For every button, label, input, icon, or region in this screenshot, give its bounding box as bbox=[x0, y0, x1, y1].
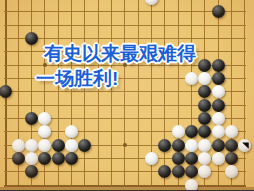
star-point-K4 bbox=[123, 143, 127, 147]
white-stone-Q9 bbox=[198, 72, 211, 85]
white-stone-M15 bbox=[145, 0, 158, 5]
grid-line-vertical bbox=[98, 0, 99, 187]
black-stone-E3 bbox=[52, 152, 65, 165]
black-stone-B3 bbox=[12, 152, 25, 165]
white-stone-F5 bbox=[65, 125, 78, 138]
caption-line-2: 一场胜利! bbox=[36, 66, 118, 92]
white-stone-B4 bbox=[12, 139, 25, 152]
caption-line-1: 有史以来最艰难得 bbox=[44, 41, 196, 67]
board-bottom-edge bbox=[0, 187, 254, 190]
white-stone-D4 bbox=[38, 139, 51, 152]
black-stone-R7 bbox=[212, 99, 225, 112]
white-stone-P9 bbox=[185, 72, 198, 85]
black-stone-C6 bbox=[25, 112, 38, 125]
grid-line-vertical bbox=[138, 0, 139, 187]
last-move-triangle-marker bbox=[240, 141, 249, 150]
black-stone-Q6 bbox=[198, 112, 211, 125]
white-stone-T4 bbox=[238, 139, 251, 152]
grid-line-vertical bbox=[244, 0, 245, 187]
black-stone-F3 bbox=[65, 152, 78, 165]
black-stone-P2 bbox=[185, 165, 198, 178]
black-stone-S3 bbox=[225, 152, 238, 165]
black-stone-C12 bbox=[25, 32, 38, 45]
white-stone-R8 bbox=[212, 85, 225, 98]
white-stone-R3 bbox=[212, 152, 225, 165]
star-point-D10 bbox=[43, 63, 47, 67]
white-stone-D6 bbox=[38, 112, 51, 125]
white-stone-P1 bbox=[185, 179, 198, 191]
black-stone-Q7 bbox=[198, 99, 211, 112]
black-stone-R10 bbox=[212, 59, 225, 72]
black-stone-R14 bbox=[212, 5, 225, 18]
black-stone-N4 bbox=[158, 139, 171, 152]
white-stone-D5 bbox=[38, 125, 51, 138]
white-stone-C3 bbox=[25, 152, 38, 165]
white-stone-P4 bbox=[185, 139, 198, 152]
grid-line-horizontal bbox=[4, 11, 246, 12]
white-stone-S2 bbox=[225, 165, 238, 178]
black-stone-O3 bbox=[172, 152, 185, 165]
black-stone-P5 bbox=[185, 125, 198, 138]
grid-line-horizontal bbox=[4, 25, 246, 26]
black-stone-E4 bbox=[52, 139, 65, 152]
black-stone-P3 bbox=[185, 152, 198, 165]
black-stone-Q10 bbox=[198, 59, 211, 72]
go-app-screenshot: 有史以来最艰难得 一场胜利! bbox=[0, 0, 254, 190]
black-stone-G4 bbox=[78, 139, 91, 152]
star-point-K10 bbox=[123, 63, 127, 67]
black-stone-N2 bbox=[158, 165, 171, 178]
black-stone-O2 bbox=[172, 165, 185, 178]
white-stone-Q3 bbox=[198, 152, 211, 165]
black-stone-S4 bbox=[225, 139, 238, 152]
white-stone-Q4 bbox=[198, 139, 211, 152]
black-stone-D3 bbox=[38, 152, 51, 165]
grid-line-vertical bbox=[164, 0, 165, 187]
grid-line-horizontal bbox=[4, 38, 246, 39]
white-stone-F4 bbox=[65, 139, 78, 152]
white-stone-R5 bbox=[212, 125, 225, 138]
white-stone-S5 bbox=[225, 125, 238, 138]
black-stone-A8 bbox=[0, 85, 12, 98]
white-stone-C4 bbox=[25, 139, 38, 152]
white-stone-M3 bbox=[145, 152, 158, 165]
black-stone-R9 bbox=[212, 72, 225, 85]
white-stone-R6 bbox=[212, 112, 225, 125]
grid-line-vertical bbox=[84, 0, 85, 187]
black-stone-R4 bbox=[212, 139, 225, 152]
black-stone-Q8 bbox=[198, 85, 211, 98]
black-stone-C2 bbox=[25, 165, 38, 178]
black-stone-Q5 bbox=[198, 125, 211, 138]
black-stone-O4 bbox=[172, 139, 185, 152]
white-stone-O5 bbox=[172, 125, 185, 138]
grid-line-horizontal bbox=[4, 51, 246, 52]
grid-line-vertical bbox=[111, 0, 112, 187]
white-stone-Q2 bbox=[198, 165, 211, 178]
grid-line-vertical bbox=[124, 0, 125, 187]
